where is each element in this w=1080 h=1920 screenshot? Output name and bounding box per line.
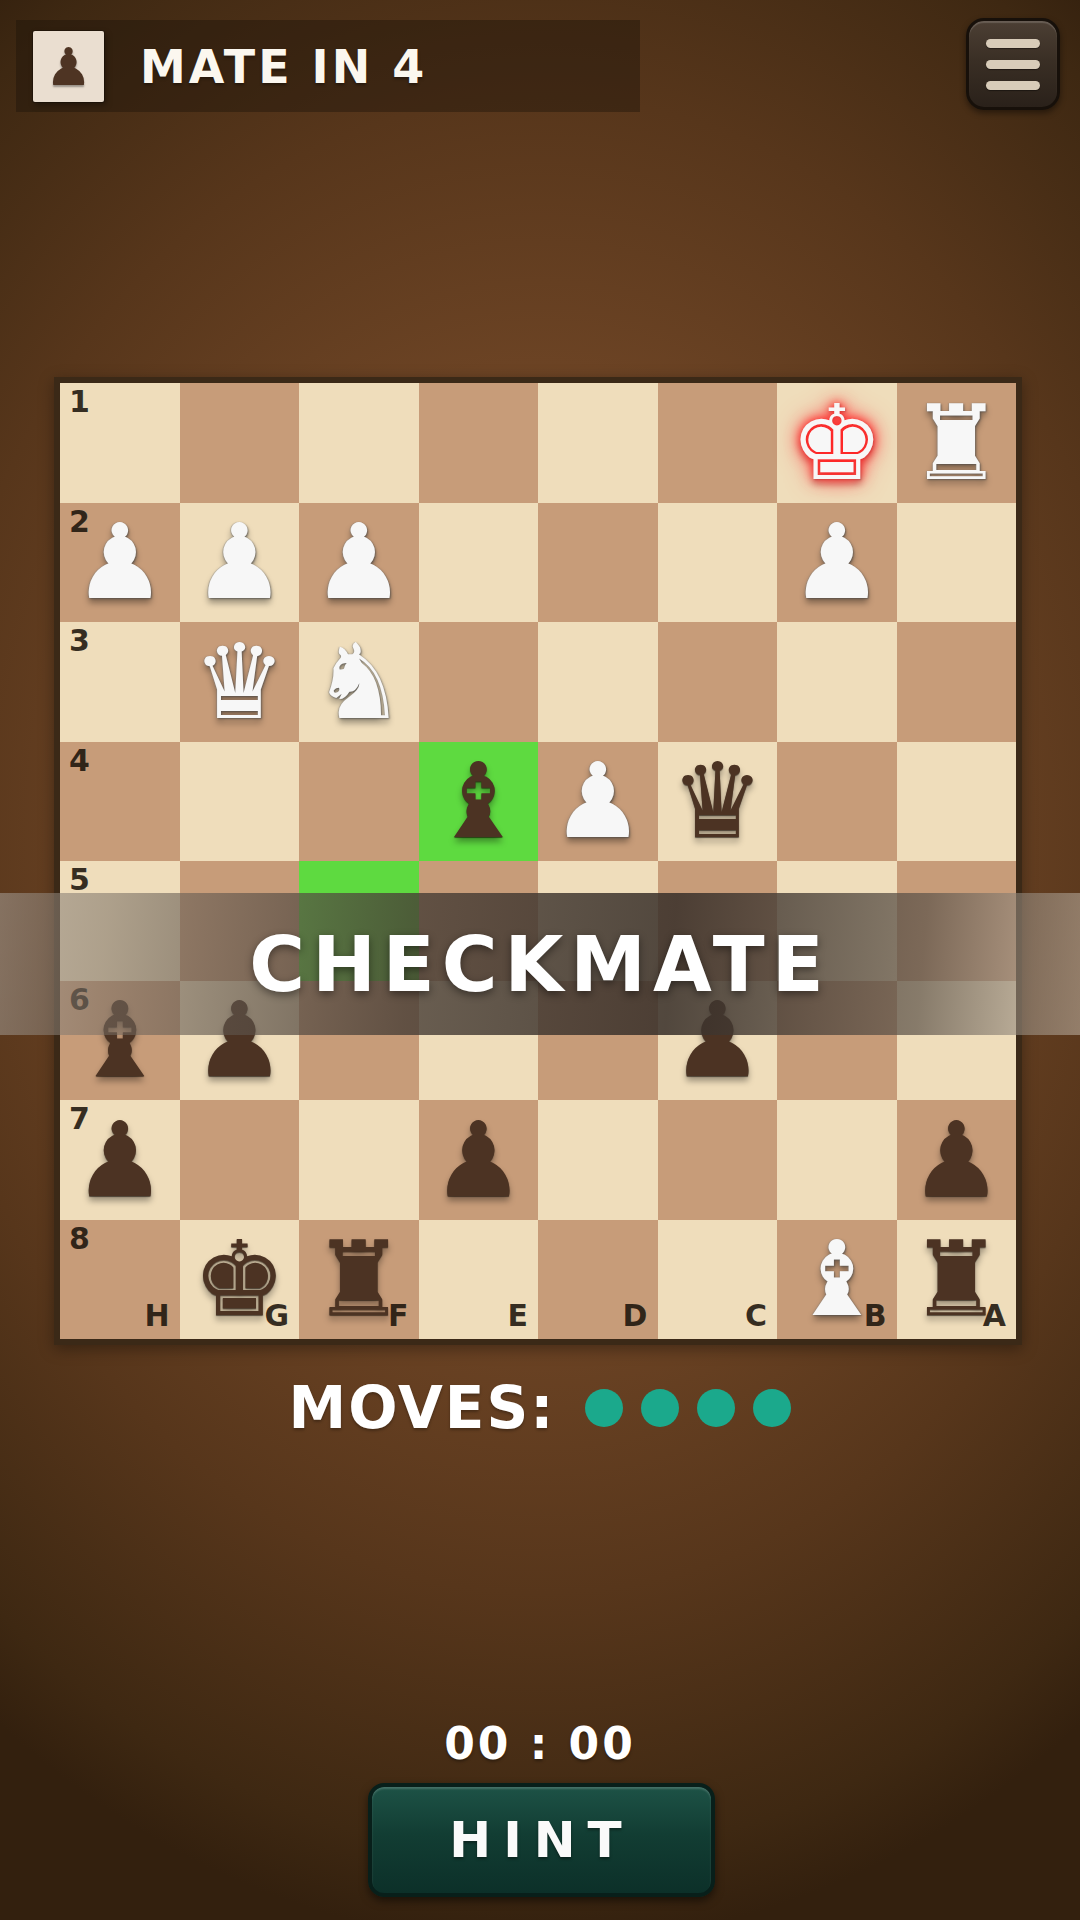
moves-dots bbox=[585, 1389, 791, 1427]
file-label: D bbox=[623, 1301, 648, 1331]
file-label: H bbox=[144, 1301, 169, 1331]
square-f1[interactable] bbox=[299, 383, 419, 503]
square-a1[interactable]: ♜ bbox=[897, 383, 1017, 503]
square-h8[interactable]: 8H bbox=[60, 1220, 180, 1340]
square-c7[interactable] bbox=[658, 1100, 778, 1220]
black-queen[interactable]: ♛ bbox=[658, 742, 778, 862]
black-rook[interactable]: ♜ bbox=[897, 1220, 1017, 1340]
black-bishop[interactable]: ♝ bbox=[419, 742, 539, 862]
square-d1[interactable] bbox=[538, 383, 658, 503]
white-rook[interactable]: ♜ bbox=[897, 383, 1017, 503]
white-pawn[interactable]: ♟ bbox=[60, 503, 180, 623]
white-king[interactable]: ♚ bbox=[777, 383, 897, 503]
square-d7[interactable] bbox=[538, 1100, 658, 1220]
square-e2[interactable] bbox=[419, 503, 539, 623]
rank-label: 3 bbox=[69, 626, 90, 656]
black-rook[interactable]: ♜ bbox=[299, 1220, 419, 1340]
checkmate-banner: CHECKMATE bbox=[0, 893, 1080, 1035]
rank-label: 1 bbox=[69, 387, 90, 417]
square-b4[interactable] bbox=[777, 742, 897, 862]
black-pawn[interactable]: ♟ bbox=[419, 1100, 539, 1220]
file-label: C bbox=[745, 1301, 767, 1331]
square-e3[interactable] bbox=[419, 622, 539, 742]
square-f8[interactable]: F♜ bbox=[299, 1220, 419, 1340]
square-c4[interactable]: ♛ bbox=[658, 742, 778, 862]
moves-label: MOVES: bbox=[289, 1374, 556, 1442]
white-pawn[interactable]: ♟ bbox=[180, 503, 300, 623]
page-title: MATE IN 4 bbox=[140, 31, 427, 102]
square-b8[interactable]: B♝ bbox=[777, 1220, 897, 1340]
square-c1[interactable] bbox=[658, 383, 778, 503]
puzzle-icon-box: ♟ bbox=[33, 31, 104, 102]
hamburger-icon bbox=[986, 39, 1040, 48]
white-queen[interactable]: ♛ bbox=[180, 622, 300, 742]
white-bishop[interactable]: ♝ bbox=[777, 1220, 897, 1340]
square-f3[interactable]: ♞ bbox=[299, 622, 419, 742]
hamburger-icon bbox=[986, 81, 1040, 90]
square-g7[interactable] bbox=[180, 1100, 300, 1220]
square-a3[interactable] bbox=[897, 622, 1017, 742]
square-d2[interactable] bbox=[538, 503, 658, 623]
square-f2[interactable]: ♟ bbox=[299, 503, 419, 623]
move-dot bbox=[585, 1389, 623, 1427]
square-b7[interactable] bbox=[777, 1100, 897, 1220]
move-dot bbox=[697, 1389, 735, 1427]
white-knight[interactable]: ♞ bbox=[299, 622, 419, 742]
square-f7[interactable] bbox=[299, 1100, 419, 1220]
square-a7[interactable]: ♟ bbox=[897, 1100, 1017, 1220]
black-king[interactable]: ♚ bbox=[180, 1220, 300, 1340]
menu-button[interactable] bbox=[966, 18, 1060, 110]
rank-label: 5 bbox=[69, 865, 90, 895]
hamburger-icon bbox=[986, 60, 1040, 69]
pawn-icon: ♟ bbox=[45, 41, 92, 93]
square-h2[interactable]: 2♟ bbox=[60, 503, 180, 623]
move-dot bbox=[753, 1389, 791, 1427]
rank-label: 4 bbox=[69, 746, 90, 776]
white-pawn[interactable]: ♟ bbox=[777, 503, 897, 623]
square-c2[interactable] bbox=[658, 503, 778, 623]
square-d3[interactable] bbox=[538, 622, 658, 742]
square-a2[interactable] bbox=[897, 503, 1017, 623]
square-h3[interactable]: 3 bbox=[60, 622, 180, 742]
file-label: E bbox=[508, 1301, 529, 1331]
square-g2[interactable]: ♟ bbox=[180, 503, 300, 623]
square-g8[interactable]: G♚ bbox=[180, 1220, 300, 1340]
moves-row: MOVES: bbox=[0, 1372, 1080, 1444]
white-pawn[interactable]: ♟ bbox=[538, 742, 658, 862]
square-h1[interactable]: 1 bbox=[60, 383, 180, 503]
square-f4[interactable] bbox=[299, 742, 419, 862]
square-g4[interactable] bbox=[180, 742, 300, 862]
rank-label: 8 bbox=[69, 1224, 90, 1254]
timer: 00 : 00 bbox=[0, 1718, 1080, 1769]
square-e7[interactable]: ♟ bbox=[419, 1100, 539, 1220]
checkmate-banner-text: CHECKMATE bbox=[249, 920, 830, 1009]
square-h7[interactable]: 7♟ bbox=[60, 1100, 180, 1220]
square-b2[interactable]: ♟ bbox=[777, 503, 897, 623]
square-g1[interactable] bbox=[180, 383, 300, 503]
hint-button[interactable]: HINT bbox=[368, 1783, 715, 1897]
square-b3[interactable] bbox=[777, 622, 897, 742]
square-a8[interactable]: A♜ bbox=[897, 1220, 1017, 1340]
square-e8[interactable]: E bbox=[419, 1220, 539, 1340]
square-h4[interactable]: 4 bbox=[60, 742, 180, 862]
square-d8[interactable]: D bbox=[538, 1220, 658, 1340]
square-e1[interactable] bbox=[419, 383, 539, 503]
square-g3[interactable]: ♛ bbox=[180, 622, 300, 742]
black-pawn[interactable]: ♟ bbox=[60, 1100, 180, 1220]
chess-board: 1♚♜2♟♟♟♟3♛♞4♝♟♛56♝♟♟7♟♟♟8HG♚F♜EDCB♝A♜ bbox=[54, 377, 1022, 1345]
black-pawn[interactable]: ♟ bbox=[897, 1100, 1017, 1220]
square-d4[interactable]: ♟ bbox=[538, 742, 658, 862]
move-dot bbox=[641, 1389, 679, 1427]
square-c8[interactable]: C bbox=[658, 1220, 778, 1340]
square-b1[interactable]: ♚ bbox=[777, 383, 897, 503]
white-pawn[interactable]: ♟ bbox=[299, 503, 419, 623]
square-a4[interactable] bbox=[897, 742, 1017, 862]
square-c3[interactable] bbox=[658, 622, 778, 742]
hint-button-label: HINT bbox=[449, 1811, 633, 1869]
square-e4[interactable]: ♝ bbox=[419, 742, 539, 862]
